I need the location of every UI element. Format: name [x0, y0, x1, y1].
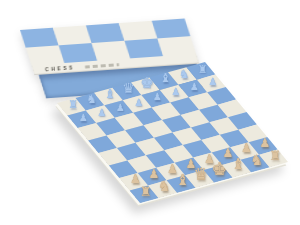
box-fine-print — [85, 63, 119, 68]
blue-pawn[interactable]: ♟ — [97, 108, 106, 118]
blue-pawn[interactable]: ♟ — [171, 87, 180, 97]
blue-pawn[interactable]: ♟ — [190, 82, 199, 92]
box-brand-label: CHESS — [45, 65, 75, 72]
blue-pawn[interactable]: ♟ — [153, 92, 162, 102]
blue-rook[interactable]: ♜ — [68, 99, 78, 110]
blue-knight[interactable]: ♞ — [179, 68, 189, 79]
lid-checker-cell — [92, 41, 131, 61]
lid-checker-cell — [86, 23, 125, 43]
lid-checker-cell — [119, 21, 158, 41]
blue-pawn[interactable]: ♟ — [116, 102, 125, 112]
lid-checker-cell — [53, 25, 92, 45]
blue-pawn[interactable]: ♟ — [134, 97, 143, 107]
lid-checker-cell — [20, 28, 59, 48]
wood-rook[interactable]: ♜ — [269, 149, 281, 162]
product-photo-scene: CHESS ♜♞♝♛♚♝♞♜♟♟♟♟♟♟♟♟♟♟♟♟♟♟♟♟♜♞♝♛♚♝♞♜ — [0, 0, 300, 225]
lid-checker-cell — [26, 45, 65, 65]
lid-checker-cell — [152, 18, 191, 38]
lid-checker-cell — [124, 38, 163, 58]
blue-rook[interactable]: ♜ — [198, 64, 208, 75]
lid-checker-cell — [59, 43, 98, 63]
lid-checker-cell — [157, 36, 196, 56]
blue-knight[interactable]: ♞ — [86, 94, 96, 105]
blue-pawn[interactable]: ♟ — [208, 77, 217, 87]
blue-pawn[interactable]: ♟ — [79, 113, 88, 123]
